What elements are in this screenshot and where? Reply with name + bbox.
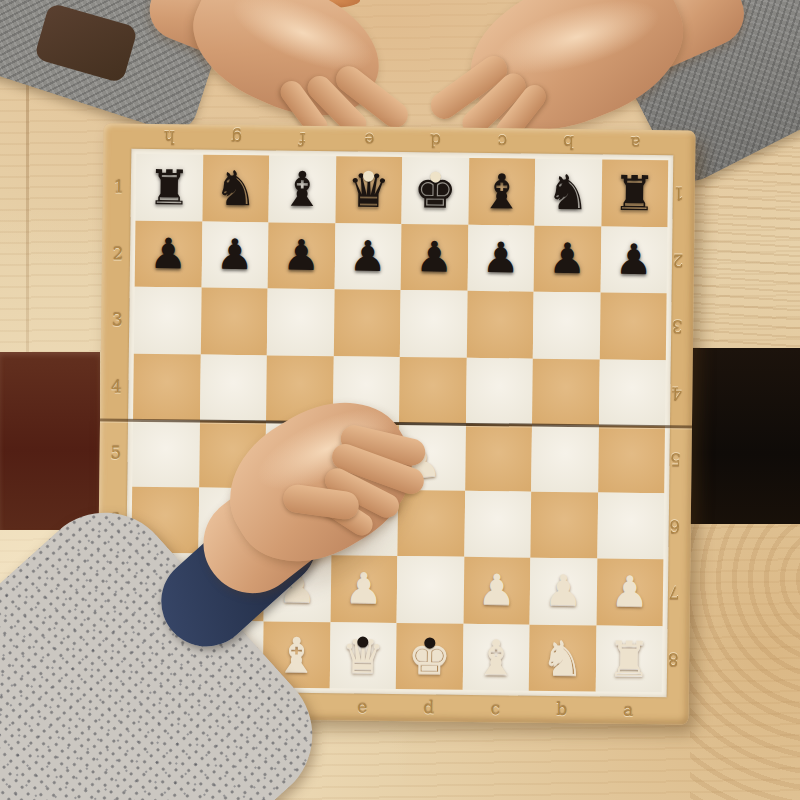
square-e3[interactable] [333,289,400,356]
file-label-top-c: c [490,129,514,153]
square-f2[interactable]: ♟ [268,222,335,289]
square-e1[interactable]: ♛ [335,156,402,223]
rank-label-left-3: 3 [105,308,129,332]
square-c8[interactable]: ♝ [462,623,529,690]
rank-label-right-3: 3 [665,315,689,339]
square-d7[interactable] [397,556,464,623]
square-a7[interactable]: ♟ [596,558,663,625]
wood-grain-bottom-right [690,524,800,800]
rank-label-left-4: 4 [104,374,128,398]
square-d2[interactable]: ♟ [401,224,468,291]
square-c1[interactable]: ♝ [468,158,535,225]
square-h2[interactable]: ♟ [135,220,202,287]
square-b7[interactable]: ♟ [530,558,597,625]
dark-table-runner-left [0,352,100,530]
rank-label-right-2: 2 [666,248,690,272]
square-h1[interactable]: ♜ [135,154,202,221]
queen-finial-dot [358,636,369,647]
square-a3[interactable] [599,292,666,359]
rank-label-left-5: 5 [103,441,127,465]
file-label-top-g: g [224,126,248,150]
black-pawn-e2[interactable]: ♟ [334,223,401,290]
rank-label-right-8: 8 [661,647,685,671]
square-e8[interactable]: ♛ [329,622,396,689]
square-d3[interactable] [400,290,467,357]
square-c4[interactable] [466,357,533,424]
square-c6[interactable] [464,490,531,557]
white-pawn-c7[interactable]: ♟ [463,557,530,624]
black-pawn-f2[interactable]: ♟ [268,222,335,289]
black-pawn-b2[interactable]: ♟ [534,225,601,292]
square-g1[interactable]: ♞ [202,155,269,222]
file-label-top-f: f [291,127,315,151]
king-finial-dot [430,171,441,182]
square-b6[interactable] [530,491,597,558]
square-c7[interactable]: ♟ [463,557,530,624]
square-d4[interactable] [399,357,466,424]
white-bishop-c8[interactable]: ♝ [462,623,529,690]
square-c2[interactable]: ♟ [467,224,534,291]
file-label-bottom-e: e [350,694,374,718]
black-pawn-a2[interactable]: ♟ [600,226,667,293]
file-label-top-e: e [357,128,381,152]
square-b5[interactable] [531,425,598,492]
square-d8[interactable]: ♚ [396,623,463,690]
square-b3[interactable] [533,292,600,359]
square-h4[interactable] [133,353,200,420]
black-queen-e1[interactable]: ♛ [335,156,402,223]
black-pawn-c2[interactable]: ♟ [467,224,534,291]
file-label-bottom-c: c [483,696,507,720]
square-a1[interactable]: ♜ [601,159,668,226]
square-a5[interactable] [598,425,665,492]
black-bishop-c1[interactable]: ♝ [468,158,535,225]
square-a8[interactable]: ♜ [595,625,662,692]
rank-label-right-7: 7 [662,581,686,605]
white-rook-a8[interactable]: ♜ [595,625,662,692]
square-f3[interactable] [267,288,334,355]
square-g4[interactable] [200,354,267,421]
square-a6[interactable] [597,492,664,559]
square-b2[interactable]: ♟ [534,225,601,292]
rank-label-right-4: 4 [664,381,688,405]
square-b1[interactable]: ♞ [534,159,601,226]
file-label-bottom-d: d [417,695,441,719]
rank-label-left-1: 1 [107,175,131,199]
square-b4[interactable] [532,358,599,425]
black-bishop-f1[interactable]: ♝ [268,155,335,222]
file-label-top-h: h [158,125,182,149]
black-king-d1[interactable]: ♚ [401,157,468,224]
white-king-d8[interactable]: ♚ [396,623,463,690]
black-pawn-d2[interactable]: ♟ [401,224,468,291]
rank-label-right-6: 6 [663,514,687,538]
white-pawn-b7[interactable]: ♟ [530,558,597,625]
square-c5[interactable] [465,424,532,491]
black-knight-b1[interactable]: ♞ [534,159,601,226]
square-e2[interactable]: ♟ [334,223,401,290]
black-knight-g1[interactable]: ♞ [202,155,269,222]
square-b8[interactable]: ♞ [529,624,596,691]
queen-finial-dot [363,171,374,182]
file-label-top-d: d [424,128,448,152]
square-a2[interactable]: ♟ [600,226,667,293]
square-a4[interactable] [598,359,665,426]
dark-table-runner-right [688,348,800,524]
rank-label-right-1: 1 [667,182,691,206]
white-pawn-a7[interactable]: ♟ [596,558,663,625]
white-queen-e8[interactable]: ♛ [329,622,396,689]
white-knight-b8[interactable]: ♞ [529,624,596,691]
black-rook-a1[interactable]: ♜ [601,159,668,226]
square-h5[interactable] [132,420,199,487]
rank-label-right-5: 5 [663,448,687,472]
file-label-bottom-a: a [616,698,640,722]
square-f1[interactable]: ♝ [268,155,335,222]
table-scene: ♜♞♝♛♚♝♞♜♟♟♟♟♟♟♟♟♟♟♟♟♟♟♟♟♜♞♝♛♚♝♞♜ hgfedcb… [0,0,800,800]
rank-label-left-2: 2 [106,241,130,265]
black-pawn-h2[interactable]: ♟ [135,220,202,287]
black-pawn-g2[interactable]: ♟ [201,221,268,288]
square-c3[interactable] [466,291,533,358]
square-h3[interactable] [134,287,201,354]
file-label-top-b: b [557,130,581,154]
black-rook-h1[interactable]: ♜ [135,154,202,221]
square-g3[interactable] [200,288,267,355]
file-label-bottom-b: b [550,697,574,721]
file-label-top-a: a [623,131,647,155]
king-finial-dot [424,637,435,648]
square-d1[interactable]: ♚ [401,157,468,224]
square-g2[interactable]: ♟ [201,221,268,288]
